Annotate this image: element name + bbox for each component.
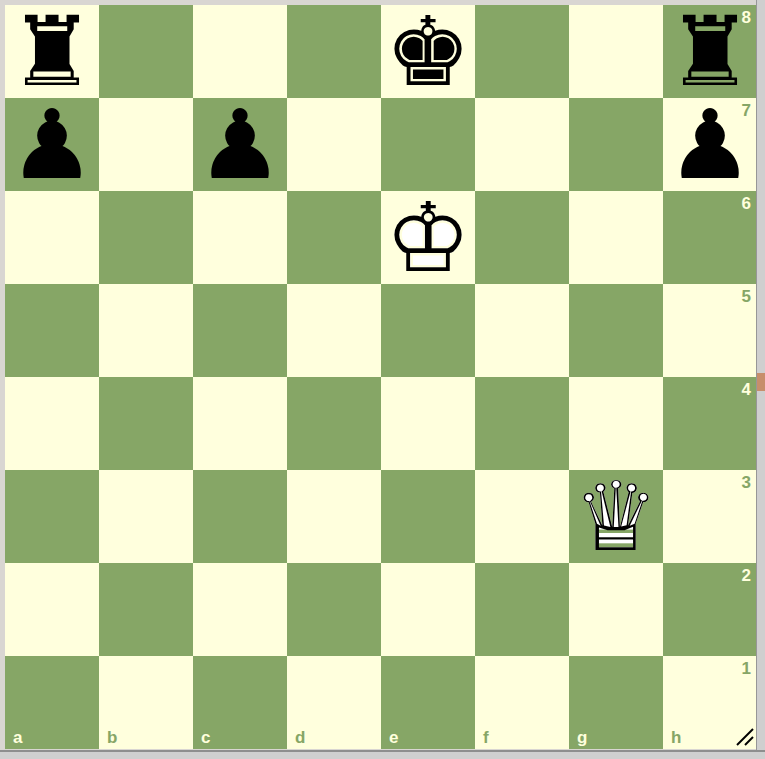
square-a5[interactable] <box>5 284 99 377</box>
square-f7[interactable] <box>475 98 569 191</box>
square-h7[interactable]: ♟7 <box>663 98 757 191</box>
square-h5[interactable]: 5 <box>663 284 757 377</box>
square-h2[interactable]: 2 <box>663 563 757 656</box>
square-c1[interactable]: c <box>193 656 287 749</box>
square-e5[interactable] <box>381 284 475 377</box>
square-c8[interactable] <box>193 5 287 98</box>
square-b6[interactable] <box>99 191 193 284</box>
square-d6[interactable] <box>287 191 381 284</box>
file-label-f: f <box>483 729 489 746</box>
square-e4[interactable] <box>381 377 475 470</box>
square-c2[interactable] <box>193 563 287 656</box>
square-b1[interactable]: b <box>99 656 193 749</box>
piece-black-pawn[interactable]: ♟ <box>5 98 99 191</box>
square-g5[interactable] <box>569 284 663 377</box>
square-d2[interactable] <box>287 563 381 656</box>
scrollbar-highlight-marker <box>757 373 765 391</box>
black-rook-glyph: ♜ <box>5 5 99 98</box>
file-label-g: g <box>577 729 587 746</box>
rank-label-1: 1 <box>742 660 751 677</box>
file-label-a: a <box>13 729 22 746</box>
board-resize-handle-icon[interactable] <box>731 723 755 747</box>
vertical-scrollbar-track[interactable] <box>756 0 765 759</box>
square-b2[interactable] <box>99 563 193 656</box>
square-b4[interactable] <box>99 377 193 470</box>
square-a2[interactable] <box>5 563 99 656</box>
square-d5[interactable] <box>287 284 381 377</box>
page-background: { "game": "chess", "position": { "fen": … <box>0 0 765 759</box>
rank-label-3: 3 <box>742 474 751 491</box>
square-h4[interactable]: 4 <box>663 377 757 470</box>
square-a8[interactable]: ♜ <box>5 5 99 98</box>
square-h1[interactable]: 1h <box>663 656 757 749</box>
square-a4[interactable] <box>5 377 99 470</box>
file-label-h: h <box>671 729 681 746</box>
square-e7[interactable] <box>381 98 475 191</box>
square-g2[interactable] <box>569 563 663 656</box>
square-d7[interactable] <box>287 98 381 191</box>
rank-label-2: 2 <box>742 567 751 584</box>
square-d3[interactable] <box>287 470 381 563</box>
square-f2[interactable] <box>475 563 569 656</box>
file-label-e: e <box>389 729 398 746</box>
square-g3[interactable]: ♛♕ <box>569 470 663 563</box>
square-a7[interactable]: ♟ <box>5 98 99 191</box>
square-e2[interactable] <box>381 563 475 656</box>
square-f6[interactable] <box>475 191 569 284</box>
black-king-glyph: ♚ <box>381 5 475 98</box>
square-b5[interactable] <box>99 284 193 377</box>
chess-board[interactable]: ♜♚♜8♟♟♟7♚♔654♛♕32abcdefg1h <box>5 5 757 749</box>
square-g8[interactable] <box>569 5 663 98</box>
square-h3[interactable]: 3 <box>663 470 757 563</box>
piece-black-rook[interactable]: ♜ <box>5 5 99 98</box>
horizontal-scrollbar-track[interactable] <box>0 750 765 759</box>
rank-label-8: 8 <box>742 9 751 26</box>
square-g4[interactable] <box>569 377 663 470</box>
square-d8[interactable] <box>287 5 381 98</box>
square-c5[interactable] <box>193 284 287 377</box>
square-e8[interactable]: ♚ <box>381 5 475 98</box>
square-f8[interactable] <box>475 5 569 98</box>
square-b3[interactable] <box>99 470 193 563</box>
square-f1[interactable]: f <box>475 656 569 749</box>
square-d1[interactable]: d <box>287 656 381 749</box>
square-f4[interactable] <box>475 377 569 470</box>
square-c3[interactable] <box>193 470 287 563</box>
square-c6[interactable] <box>193 191 287 284</box>
piece-white-queen[interactable]: ♛♕ <box>569 470 663 563</box>
square-a3[interactable] <box>5 470 99 563</box>
square-b8[interactable] <box>99 5 193 98</box>
piece-black-king[interactable]: ♚ <box>381 5 475 98</box>
rank-label-6: 6 <box>742 195 751 212</box>
square-e6[interactable]: ♚♔ <box>381 191 475 284</box>
black-pawn-glyph: ♟ <box>5 98 99 191</box>
square-a6[interactable] <box>5 191 99 284</box>
square-h6[interactable]: 6 <box>663 191 757 284</box>
square-a1[interactable]: a <box>5 656 99 749</box>
square-g1[interactable]: g <box>569 656 663 749</box>
square-g7[interactable] <box>569 98 663 191</box>
square-h8[interactable]: ♜8 <box>663 5 757 98</box>
rank-label-5: 5 <box>742 288 751 305</box>
square-b7[interactable] <box>99 98 193 191</box>
piece-black-pawn[interactable]: ♟ <box>193 98 287 191</box>
file-label-d: d <box>295 729 305 746</box>
white-king-outline: ♔ <box>381 191 475 284</box>
square-e3[interactable] <box>381 470 475 563</box>
square-f5[interactable] <box>475 284 569 377</box>
rank-label-4: 4 <box>742 381 751 398</box>
black-pawn-glyph: ♟ <box>193 98 287 191</box>
rank-label-7: 7 <box>742 102 751 119</box>
file-label-c: c <box>201 729 210 746</box>
square-f3[interactable] <box>475 470 569 563</box>
square-c7[interactable]: ♟ <box>193 98 287 191</box>
piece-white-king[interactable]: ♚♔ <box>381 191 475 284</box>
square-g6[interactable] <box>569 191 663 284</box>
square-d4[interactable] <box>287 377 381 470</box>
square-e1[interactable]: e <box>381 656 475 749</box>
white-queen-outline: ♕ <box>569 470 663 563</box>
square-c4[interactable] <box>193 377 287 470</box>
file-label-b: b <box>107 729 117 746</box>
